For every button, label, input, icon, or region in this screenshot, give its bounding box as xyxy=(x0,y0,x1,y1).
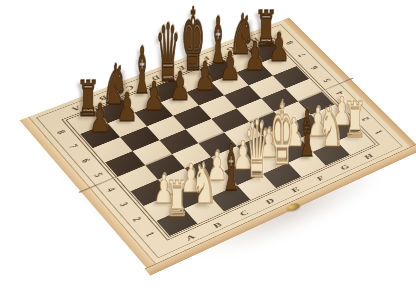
product-photo-scene: AABBCCDDEEFFGGHH8877665544332211 ♜♞♝♛♚♝♞… xyxy=(0,0,416,292)
white-bishop[interactable]: ♝ xyxy=(297,103,317,167)
black-pawn[interactable]: ♟ xyxy=(244,37,266,77)
black-pawn[interactable]: ♟ xyxy=(89,98,111,138)
white-rook[interactable]: ♜ xyxy=(344,95,367,145)
black-pawn[interactable]: ♟ xyxy=(143,77,165,117)
white-king[interactable]: ♚ xyxy=(270,92,294,178)
white-bishop[interactable]: ♝ xyxy=(221,137,241,201)
white-knight[interactable]: ♞ xyxy=(191,156,218,212)
white-rook[interactable]: ♜ xyxy=(165,175,188,225)
white-knight[interactable]: ♞ xyxy=(318,100,345,156)
black-pawn[interactable]: ♟ xyxy=(117,87,139,127)
black-pawn[interactable]: ♟ xyxy=(169,66,191,106)
black-pawn[interactable]: ♟ xyxy=(268,27,290,67)
black-pawn[interactable]: ♟ xyxy=(219,46,241,86)
black-pawn[interactable]: ♟ xyxy=(195,56,217,96)
pieces-layer: ♜♞♝♛♚♝♞♜♟♟♟♟♟♟♟♟♟♟♟♟♟♟♟♟♜♞♝♛♚♝♞♜ xyxy=(0,0,416,292)
white-queen[interactable]: ♛ xyxy=(244,110,269,190)
